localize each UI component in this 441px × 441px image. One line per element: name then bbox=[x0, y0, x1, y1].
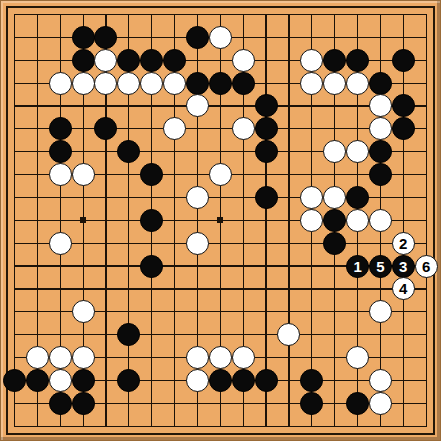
stone-black bbox=[255, 140, 278, 163]
stone-black-move-3: 3 bbox=[392, 255, 415, 278]
stone-white bbox=[186, 232, 209, 255]
stone-white bbox=[346, 140, 369, 163]
stone-black bbox=[369, 140, 392, 163]
stone-white bbox=[72, 163, 95, 186]
grid-line-horizontal bbox=[14, 334, 427, 335]
stone-white bbox=[72, 346, 95, 369]
stone-white bbox=[323, 186, 346, 209]
move-number: 3 bbox=[399, 259, 407, 274]
stone-black bbox=[117, 49, 140, 72]
stone-white bbox=[346, 72, 369, 95]
stone-white bbox=[209, 346, 232, 369]
stone-black bbox=[140, 255, 163, 278]
stone-black bbox=[346, 186, 369, 209]
grid-line-horizontal bbox=[14, 243, 427, 244]
stone-black bbox=[255, 94, 278, 117]
stone-white bbox=[186, 369, 209, 392]
stone-black bbox=[323, 49, 346, 72]
go-board[interactable]: 215364 bbox=[0, 0, 441, 441]
stone-white bbox=[369, 94, 392, 117]
stone-black bbox=[186, 26, 209, 49]
grid-line-vertical bbox=[288, 14, 289, 427]
stone-black bbox=[392, 49, 415, 72]
stone-white bbox=[369, 392, 392, 415]
stone-white bbox=[300, 209, 323, 232]
grid-line-vertical bbox=[403, 14, 404, 427]
stone-white bbox=[186, 186, 209, 209]
stone-white-move-4: 4 bbox=[392, 277, 415, 300]
stone-black bbox=[140, 49, 163, 72]
stone-black bbox=[323, 232, 346, 255]
stone-white bbox=[94, 72, 117, 95]
stone-white bbox=[232, 117, 255, 140]
stone-white bbox=[117, 72, 140, 95]
stone-black bbox=[140, 163, 163, 186]
grid-line-horizontal bbox=[14, 288, 427, 289]
stone-black bbox=[117, 369, 140, 392]
stone-white bbox=[323, 140, 346, 163]
stone-black bbox=[26, 369, 49, 392]
stone-black bbox=[94, 26, 117, 49]
stone-white bbox=[369, 369, 392, 392]
stone-black bbox=[163, 49, 186, 72]
stone-black bbox=[72, 369, 95, 392]
stone-white bbox=[369, 209, 392, 232]
stone-black bbox=[255, 186, 278, 209]
stone-white bbox=[232, 346, 255, 369]
stone-white bbox=[323, 72, 346, 95]
stone-white bbox=[346, 346, 369, 369]
stone-white bbox=[369, 117, 392, 140]
stone-white bbox=[49, 232, 72, 255]
grid-line-horizontal bbox=[14, 426, 427, 427]
stone-black bbox=[392, 94, 415, 117]
stone-white bbox=[49, 369, 72, 392]
stone-black bbox=[255, 369, 278, 392]
stone-white bbox=[26, 346, 49, 369]
stone-white bbox=[49, 346, 72, 369]
stone-black bbox=[323, 209, 346, 232]
stone-white bbox=[209, 163, 232, 186]
stone-white-move-2: 2 bbox=[392, 232, 415, 255]
stone-white bbox=[369, 300, 392, 323]
stone-black bbox=[232, 72, 255, 95]
move-number: 2 bbox=[399, 236, 407, 251]
stone-black bbox=[255, 117, 278, 140]
stone-black bbox=[209, 72, 232, 95]
move-number: 4 bbox=[399, 281, 407, 296]
stone-black bbox=[49, 140, 72, 163]
stone-white bbox=[163, 117, 186, 140]
grid-line-vertical bbox=[426, 14, 427, 427]
stone-black bbox=[346, 49, 369, 72]
stone-white bbox=[140, 72, 163, 95]
stone-white bbox=[186, 346, 209, 369]
stone-black bbox=[72, 392, 95, 415]
stone-black bbox=[392, 117, 415, 140]
stone-black bbox=[49, 392, 72, 415]
move-number: 6 bbox=[422, 259, 430, 274]
stone-black bbox=[94, 117, 117, 140]
stone-black bbox=[117, 323, 140, 346]
star-point bbox=[217, 217, 223, 223]
stone-black bbox=[369, 72, 392, 95]
stone-black bbox=[346, 392, 369, 415]
stone-black bbox=[117, 140, 140, 163]
stone-white bbox=[72, 300, 95, 323]
stone-white bbox=[209, 26, 232, 49]
stone-white bbox=[300, 49, 323, 72]
stone-white bbox=[300, 186, 323, 209]
stone-black bbox=[49, 117, 72, 140]
stone-white bbox=[277, 323, 300, 346]
stone-black-move-1: 1 bbox=[346, 255, 369, 278]
stone-white bbox=[94, 49, 117, 72]
grid-line-vertical bbox=[265, 14, 266, 427]
stone-white bbox=[49, 163, 72, 186]
move-number: 5 bbox=[376, 259, 384, 274]
star-point bbox=[80, 217, 86, 223]
stone-black bbox=[232, 369, 255, 392]
stone-white bbox=[232, 49, 255, 72]
stone-black bbox=[209, 369, 232, 392]
stone-black bbox=[72, 26, 95, 49]
stone-white bbox=[49, 72, 72, 95]
stone-black bbox=[369, 163, 392, 186]
stone-black bbox=[140, 209, 163, 232]
stone-black bbox=[72, 49, 95, 72]
stone-black-move-5: 5 bbox=[369, 255, 392, 278]
stone-black bbox=[300, 392, 323, 415]
stone-black bbox=[3, 369, 26, 392]
stone-black bbox=[186, 72, 209, 95]
stone-white bbox=[72, 72, 95, 95]
stone-white bbox=[186, 94, 209, 117]
stone-white-move-6: 6 bbox=[415, 255, 438, 278]
stone-white bbox=[346, 209, 369, 232]
move-number: 1 bbox=[353, 259, 361, 274]
stone-white bbox=[300, 72, 323, 95]
stone-white bbox=[163, 72, 186, 95]
stone-black bbox=[300, 369, 323, 392]
